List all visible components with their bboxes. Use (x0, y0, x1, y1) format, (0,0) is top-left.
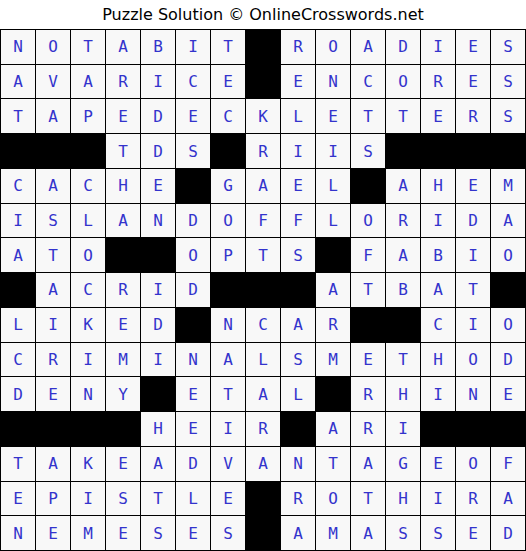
black-cell-r12c3 (71, 412, 105, 446)
letter-cell-r13c7: V (211, 447, 245, 481)
letter-cell-r13c11: A (351, 447, 385, 481)
letter-cell-r14c10: O (316, 482, 350, 516)
letter-cell-r13c8: A (246, 447, 280, 481)
letter-cell-r14c5: T (141, 482, 175, 516)
letter-cell-r11c8: A (246, 377, 280, 411)
letter-cell-r6c10: L (316, 204, 350, 238)
black-cell-r12c4 (106, 412, 140, 446)
letter-cell-r5c2: A (36, 169, 70, 203)
letter-cell-r13c3: K (71, 447, 105, 481)
letter-cell-r13c1: T (1, 447, 35, 481)
letter-cell-r9c7: N (211, 308, 245, 342)
letter-cell-r1c5: B (141, 30, 175, 64)
black-cell-r8c9 (281, 273, 315, 307)
letter-cell-r8c3: C (71, 273, 105, 307)
black-cell-r12c1 (1, 412, 35, 446)
letter-cell-r11c1: D (1, 377, 35, 411)
letter-cell-r13c5: A (141, 447, 175, 481)
letter-cell-r8c12: B (386, 273, 420, 307)
letter-cell-r10c9: S (281, 343, 315, 377)
letter-cell-r9c9: A (281, 308, 315, 342)
black-cell-r8c7 (211, 273, 245, 307)
letter-cell-r10c15: D (491, 343, 525, 377)
letter-cell-r2c15: S (491, 65, 525, 99)
letter-cell-r1c2: O (36, 30, 70, 64)
letter-cell-r1c3: T (71, 30, 105, 64)
letter-cell-r10c2: R (36, 343, 70, 377)
black-cell-r2c8 (246, 65, 280, 99)
black-cell-r12c2 (36, 412, 70, 446)
letter-cell-r12c5: H (141, 412, 175, 446)
black-cell-r8c1 (1, 273, 35, 307)
black-cell-r14c8 (246, 482, 280, 516)
letter-cell-r7c8: T (246, 238, 280, 272)
letter-cell-r6c5: N (141, 204, 175, 238)
letter-cell-r10c7: A (211, 343, 245, 377)
letter-cell-r1c1: N (1, 30, 35, 64)
letter-cell-r10c13: H (421, 343, 455, 377)
letter-cell-r14c1: E (1, 482, 35, 516)
black-cell-r12c13 (421, 412, 455, 446)
letter-cell-r7c9: S (281, 238, 315, 272)
letter-cell-r6c4: A (106, 204, 140, 238)
letter-cell-r13c9: N (281, 447, 315, 481)
letter-cell-r1c11: A (351, 30, 385, 64)
letter-cell-r1c6: I (176, 30, 210, 64)
letter-cell-r14c13: I (421, 482, 455, 516)
letter-cell-r2c6: C (176, 65, 210, 99)
black-cell-r9c11 (351, 308, 385, 342)
letter-cell-r2c11: C (351, 65, 385, 99)
letter-cell-r13c10: T (316, 447, 350, 481)
letter-cell-r14c3: I (71, 482, 105, 516)
black-cell-r8c15 (491, 273, 525, 307)
letter-cell-r9c4: E (106, 308, 140, 342)
letter-cell-r6c1: I (1, 204, 35, 238)
letter-cell-r1c15: S (491, 30, 525, 64)
letter-cell-r9c3: K (71, 308, 105, 342)
black-cell-r7c4 (106, 238, 140, 272)
letter-cell-r10c12: T (386, 343, 420, 377)
letter-cell-r12c6: E (176, 412, 210, 446)
letter-cell-r2c2: V (36, 65, 70, 99)
letter-cell-r11c11: R (351, 377, 385, 411)
black-cell-r11c5 (141, 377, 175, 411)
letter-cell-r14c4: S (106, 482, 140, 516)
letter-cell-r5c9: E (281, 169, 315, 203)
letter-cell-r6c12: R (386, 204, 420, 238)
letter-cell-r4c9: I (281, 134, 315, 168)
black-cell-r7c5 (141, 238, 175, 272)
letter-cell-r7c11: F (351, 238, 385, 272)
letter-cell-r11c3: N (71, 377, 105, 411)
letter-cell-r3c12: T (386, 99, 420, 133)
letter-cell-r9c15: O (491, 308, 525, 342)
page-title: Puzzle Solution © OnlineCrosswords.net (0, 0, 526, 29)
black-cell-r15c8 (246, 516, 280, 550)
letter-cell-r6c14: D (456, 204, 490, 238)
black-cell-r4c2 (36, 134, 70, 168)
letter-cell-r5c10: L (316, 169, 350, 203)
letter-cell-r2c3: A (71, 65, 105, 99)
crossword-solution-page: Puzzle Solution © OnlineCrosswords.net N… (0, 0, 526, 551)
black-cell-r4c14 (456, 134, 490, 168)
letter-cell-r3c1: T (1, 99, 35, 133)
letter-cell-r6c11: O (351, 204, 385, 238)
letter-cell-r11c4: Y (106, 377, 140, 411)
letter-cell-r10c14: O (456, 343, 490, 377)
letter-cell-r7c14: I (456, 238, 490, 272)
letter-cell-r3c14: R (456, 99, 490, 133)
letter-cell-r14c9: R (281, 482, 315, 516)
letter-cell-r15c3: M (71, 516, 105, 550)
letter-cell-r3c11: T (351, 99, 385, 133)
letter-cell-r5c14: E (456, 169, 490, 203)
black-cell-r9c6 (176, 308, 210, 342)
letter-cell-r1c14: E (456, 30, 490, 64)
letter-cell-r9c14: I (456, 308, 490, 342)
letter-cell-r11c15: E (491, 377, 525, 411)
letter-cell-r10c8: L (246, 343, 280, 377)
letter-cell-r13c13: E (421, 447, 455, 481)
crossword-grid: NOTABITROADIESAVARICEENCORESTAPEDECKLETT… (0, 29, 526, 551)
letter-cell-r15c5: S (141, 516, 175, 550)
black-cell-r4c12 (386, 134, 420, 168)
black-cell-r7c10 (316, 238, 350, 272)
letter-cell-r2c12: O (386, 65, 420, 99)
letter-cell-r3c7: C (211, 99, 245, 133)
letter-cell-r5c3: C (71, 169, 105, 203)
letter-cell-r10c6: N (176, 343, 210, 377)
letter-cell-r1c4: A (106, 30, 140, 64)
letter-cell-r1c13: I (421, 30, 455, 64)
letter-cell-r10c1: C (1, 343, 35, 377)
letter-cell-r6c7: O (211, 204, 245, 238)
letter-cell-r14c15: A (491, 482, 525, 516)
letter-cell-r12c10: A (316, 412, 350, 446)
letter-cell-r13c4: E (106, 447, 140, 481)
letter-cell-r3c4: E (106, 99, 140, 133)
letter-cell-r11c7: T (211, 377, 245, 411)
letter-cell-r3c8: K (246, 99, 280, 133)
letter-cell-r6c6: D (176, 204, 210, 238)
letter-cell-r3c15: S (491, 99, 525, 133)
letter-cell-r1c7: T (211, 30, 245, 64)
letter-cell-r11c2: E (36, 377, 70, 411)
letter-cell-r3c6: E (176, 99, 210, 133)
letter-cell-r7c6: O (176, 238, 210, 272)
letter-cell-r15c10: M (316, 516, 350, 550)
letter-cell-r15c1: N (1, 516, 35, 550)
letter-cell-r11c14: N (456, 377, 490, 411)
letter-cell-r3c10: E (316, 99, 350, 133)
black-cell-r4c3 (71, 134, 105, 168)
letter-cell-r13c14: O (456, 447, 490, 481)
black-cell-r1c8 (246, 30, 280, 64)
letter-cell-r12c12: I (386, 412, 420, 446)
letter-cell-r5c7: G (211, 169, 245, 203)
letter-cell-r10c11: E (351, 343, 385, 377)
letter-cell-r4c10: I (316, 134, 350, 168)
letter-cell-r4c8: R (246, 134, 280, 168)
letter-cell-r9c5: D (141, 308, 175, 342)
black-cell-r4c13 (421, 134, 455, 168)
letter-cell-r14c7: E (211, 482, 245, 516)
letter-cell-r7c7: P (211, 238, 245, 272)
black-cell-r12c14 (456, 412, 490, 446)
letter-cell-r5c5: E (141, 169, 175, 203)
letter-cell-r14c11: T (351, 482, 385, 516)
letter-cell-r9c1: L (1, 308, 35, 342)
letter-cell-r2c1: A (1, 65, 35, 99)
letter-cell-r7c13: B (421, 238, 455, 272)
letter-cell-r10c4: M (106, 343, 140, 377)
letter-cell-r2c9: E (281, 65, 315, 99)
letter-cell-r2c5: I (141, 65, 175, 99)
letter-cell-r6c15: A (491, 204, 525, 238)
letter-cell-r14c12: H (386, 482, 420, 516)
black-cell-r5c11 (351, 169, 385, 203)
letter-cell-r6c8: F (246, 204, 280, 238)
letter-cell-r15c11: A (351, 516, 385, 550)
letter-cell-r8c2: A (36, 273, 70, 307)
letter-cell-r15c13: S (421, 516, 455, 550)
letter-cell-r8c4: R (106, 273, 140, 307)
letter-cell-r3c3: P (71, 99, 105, 133)
letter-cell-r15c6: E (176, 516, 210, 550)
black-cell-r11c10 (316, 377, 350, 411)
letter-cell-r2c13: R (421, 65, 455, 99)
letter-cell-r8c5: I (141, 273, 175, 307)
letter-cell-r4c5: D (141, 134, 175, 168)
letter-cell-r15c9: A (281, 516, 315, 550)
letter-cell-r5c13: H (421, 169, 455, 203)
letter-cell-r14c6: L (176, 482, 210, 516)
letter-cell-r10c10: M (316, 343, 350, 377)
letter-cell-r3c2: A (36, 99, 70, 133)
letter-cell-r13c2: A (36, 447, 70, 481)
letter-cell-r12c7: I (211, 412, 245, 446)
letter-cell-r15c4: E (106, 516, 140, 550)
letter-cell-r3c13: E (421, 99, 455, 133)
black-cell-r4c1 (1, 134, 35, 168)
letter-cell-r11c6: E (176, 377, 210, 411)
letter-cell-r15c2: E (36, 516, 70, 550)
letter-cell-r8c13: A (421, 273, 455, 307)
letter-cell-r8c6: D (176, 273, 210, 307)
letter-cell-r7c15: O (491, 238, 525, 272)
letter-cell-r1c12: D (386, 30, 420, 64)
black-cell-r4c15 (491, 134, 525, 168)
letter-cell-r11c13: I (421, 377, 455, 411)
letter-cell-r1c10: O (316, 30, 350, 64)
letter-cell-r7c12: A (386, 238, 420, 272)
letter-cell-r7c3: O (71, 238, 105, 272)
black-cell-r8c8 (246, 273, 280, 307)
letter-cell-r6c9: F (281, 204, 315, 238)
black-cell-r5c6 (176, 169, 210, 203)
letter-cell-r15c12: S (386, 516, 420, 550)
letter-cell-r8c11: T (351, 273, 385, 307)
letter-cell-r3c5: D (141, 99, 175, 133)
letter-cell-r1c9: R (281, 30, 315, 64)
black-cell-r12c15 (491, 412, 525, 446)
letter-cell-r4c11: S (351, 134, 385, 168)
letter-cell-r2c4: R (106, 65, 140, 99)
letter-cell-r2c7: E (211, 65, 245, 99)
letter-cell-r2c14: E (456, 65, 490, 99)
letter-cell-r5c8: A (246, 169, 280, 203)
letter-cell-r5c12: A (386, 169, 420, 203)
letter-cell-r5c4: H (106, 169, 140, 203)
letter-cell-r12c11: R (351, 412, 385, 446)
letter-cell-r13c15: F (491, 447, 525, 481)
letter-cell-r8c10: A (316, 273, 350, 307)
letter-cell-r13c6: D (176, 447, 210, 481)
letter-cell-r4c6: S (176, 134, 210, 168)
letter-cell-r9c2: I (36, 308, 70, 342)
letter-cell-r15c7: S (211, 516, 245, 550)
letter-cell-r10c5: I (141, 343, 175, 377)
letter-cell-r5c15: M (491, 169, 525, 203)
letter-cell-r5c1: C (1, 169, 35, 203)
letter-cell-r11c9: L (281, 377, 315, 411)
letter-cell-r6c3: L (71, 204, 105, 238)
letter-cell-r10c3: I (71, 343, 105, 377)
letter-cell-r11c12: H (386, 377, 420, 411)
letter-cell-r14c2: P (36, 482, 70, 516)
letter-cell-r9c8: C (246, 308, 280, 342)
letter-cell-r14c14: R (456, 482, 490, 516)
letter-cell-r12c8: R (246, 412, 280, 446)
black-cell-r9c12 (386, 308, 420, 342)
letter-cell-r9c10: R (316, 308, 350, 342)
black-cell-r4c7 (211, 134, 245, 168)
letter-cell-r2c10: N (316, 65, 350, 99)
letter-cell-r15c15: D (491, 516, 525, 550)
letter-cell-r4c4: T (106, 134, 140, 168)
letter-cell-r8c14: T (456, 273, 490, 307)
letter-cell-r7c1: A (1, 238, 35, 272)
letter-cell-r6c13: I (421, 204, 455, 238)
letter-cell-r15c14: E (456, 516, 490, 550)
letter-cell-r7c2: T (36, 238, 70, 272)
letter-cell-r6c2: S (36, 204, 70, 238)
black-cell-r12c9 (281, 412, 315, 446)
letter-cell-r3c9: L (281, 99, 315, 133)
letter-cell-r13c12: G (386, 447, 420, 481)
letter-cell-r9c13: C (421, 308, 455, 342)
